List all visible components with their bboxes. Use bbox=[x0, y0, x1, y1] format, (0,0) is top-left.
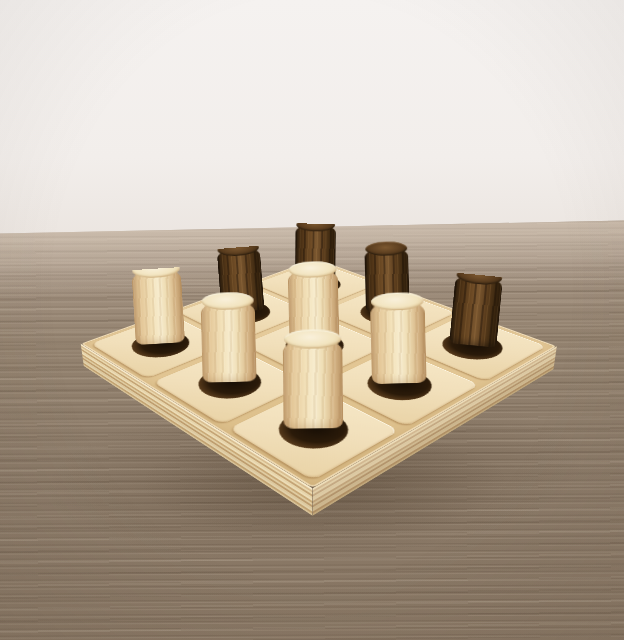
peg-hole bbox=[120, 326, 200, 363]
peg-top-dark bbox=[297, 218, 336, 231]
peg-side-light bbox=[200, 299, 256, 383]
scene-tilt bbox=[0, 0, 624, 640]
photo-scene bbox=[0, 0, 624, 640]
perspective-camera bbox=[0, 0, 624, 640]
peg-side-light bbox=[283, 338, 344, 429]
peg-side-light bbox=[370, 300, 427, 385]
peg-light[interactable] bbox=[283, 338, 344, 429]
peg-light[interactable] bbox=[370, 300, 427, 385]
peg-light[interactable] bbox=[200, 299, 256, 383]
tictactoe-board bbox=[81, 259, 557, 489]
peg-dark[interactable] bbox=[449, 273, 503, 348]
